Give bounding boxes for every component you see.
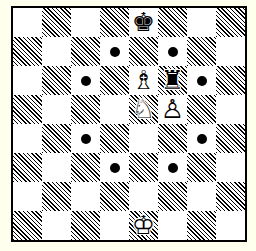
square-f1[interactable] [158, 211, 187, 240]
square-a6[interactable] [13, 66, 42, 95]
black-rook[interactable]: ♜♜ [158, 66, 187, 95]
square-a3[interactable] [13, 153, 42, 182]
square-h3[interactable] [216, 153, 245, 182]
square-g4[interactable] [187, 124, 216, 153]
white-knight-glyph: ♘ [132, 95, 155, 124]
square-d6[interactable] [100, 66, 129, 95]
white-pawn[interactable]: ♟♙ [158, 95, 187, 124]
white-bishop-glyph: ♗ [132, 66, 155, 95]
white-king[interactable]: ♚♔ [129, 211, 158, 240]
square-e5[interactable]: ♞♘ [129, 95, 158, 124]
square-d7[interactable] [100, 37, 129, 66]
move-dot [81, 76, 91, 86]
white-knight[interactable]: ♞♘ [129, 95, 158, 124]
move-dot [168, 163, 178, 173]
chess-board-grid: ♚♚♝♗♜♜♞♘♟♙♚♔ [13, 8, 245, 240]
square-d3[interactable] [100, 153, 129, 182]
black-king-glyph: ♚ [132, 8, 155, 37]
white-pawn-glyph: ♙ [161, 95, 184, 124]
square-c7[interactable] [71, 37, 100, 66]
square-b8[interactable] [42, 8, 71, 37]
move-dot [81, 134, 91, 144]
square-g3[interactable] [187, 153, 216, 182]
square-f5[interactable]: ♟♙ [158, 95, 187, 124]
square-b6[interactable] [42, 66, 71, 95]
square-h1[interactable] [216, 211, 245, 240]
square-c8[interactable] [71, 8, 100, 37]
square-b7[interactable] [42, 37, 71, 66]
square-e8[interactable]: ♚♚ [129, 8, 158, 37]
square-d5[interactable] [100, 95, 129, 124]
square-e4[interactable] [129, 124, 158, 153]
square-c6[interactable] [71, 66, 100, 95]
square-e7[interactable] [129, 37, 158, 66]
square-f8[interactable] [158, 8, 187, 37]
square-g6[interactable] [187, 66, 216, 95]
square-f7[interactable] [158, 37, 187, 66]
square-e1[interactable]: ♚♔ [129, 211, 158, 240]
square-c3[interactable] [71, 153, 100, 182]
square-c5[interactable] [71, 95, 100, 124]
move-dot [197, 134, 207, 144]
square-d8[interactable] [100, 8, 129, 37]
square-c1[interactable] [71, 211, 100, 240]
square-e6[interactable]: ♝♗ [129, 66, 158, 95]
white-king-glyph: ♔ [132, 211, 155, 240]
chess-board: ♚♚♝♗♜♜♞♘♟♙♚♔ [11, 6, 247, 242]
square-f4[interactable] [158, 124, 187, 153]
square-h2[interactable] [216, 182, 245, 211]
move-dot [110, 47, 120, 57]
square-a1[interactable] [13, 211, 42, 240]
square-g5[interactable] [187, 95, 216, 124]
square-h7[interactable] [216, 37, 245, 66]
square-b1[interactable] [42, 211, 71, 240]
square-a5[interactable] [13, 95, 42, 124]
square-c2[interactable] [71, 182, 100, 211]
move-dot [110, 163, 120, 173]
square-a2[interactable] [13, 182, 42, 211]
square-d4[interactable] [100, 124, 129, 153]
square-e3[interactable] [129, 153, 158, 182]
square-b5[interactable] [42, 95, 71, 124]
square-h6[interactable] [216, 66, 245, 95]
square-f2[interactable] [158, 182, 187, 211]
move-dot [168, 47, 178, 57]
square-g8[interactable] [187, 8, 216, 37]
square-h8[interactable] [216, 8, 245, 37]
square-a8[interactable] [13, 8, 42, 37]
square-b2[interactable] [42, 182, 71, 211]
square-f6[interactable]: ♜♜ [158, 66, 187, 95]
square-h4[interactable] [216, 124, 245, 153]
square-h5[interactable] [216, 95, 245, 124]
square-d1[interactable] [100, 211, 129, 240]
square-g1[interactable] [187, 211, 216, 240]
square-d2[interactable] [100, 182, 129, 211]
black-rook-glyph: ♜ [161, 66, 184, 95]
square-b3[interactable] [42, 153, 71, 182]
square-a7[interactable] [13, 37, 42, 66]
square-b4[interactable] [42, 124, 71, 153]
square-c4[interactable] [71, 124, 100, 153]
square-g2[interactable] [187, 182, 216, 211]
move-dot [197, 76, 207, 86]
white-bishop[interactable]: ♝♗ [129, 66, 158, 95]
square-e2[interactable] [129, 182, 158, 211]
square-f3[interactable] [158, 153, 187, 182]
black-king[interactable]: ♚♚ [129, 8, 158, 37]
square-a4[interactable] [13, 124, 42, 153]
square-g7[interactable] [187, 37, 216, 66]
